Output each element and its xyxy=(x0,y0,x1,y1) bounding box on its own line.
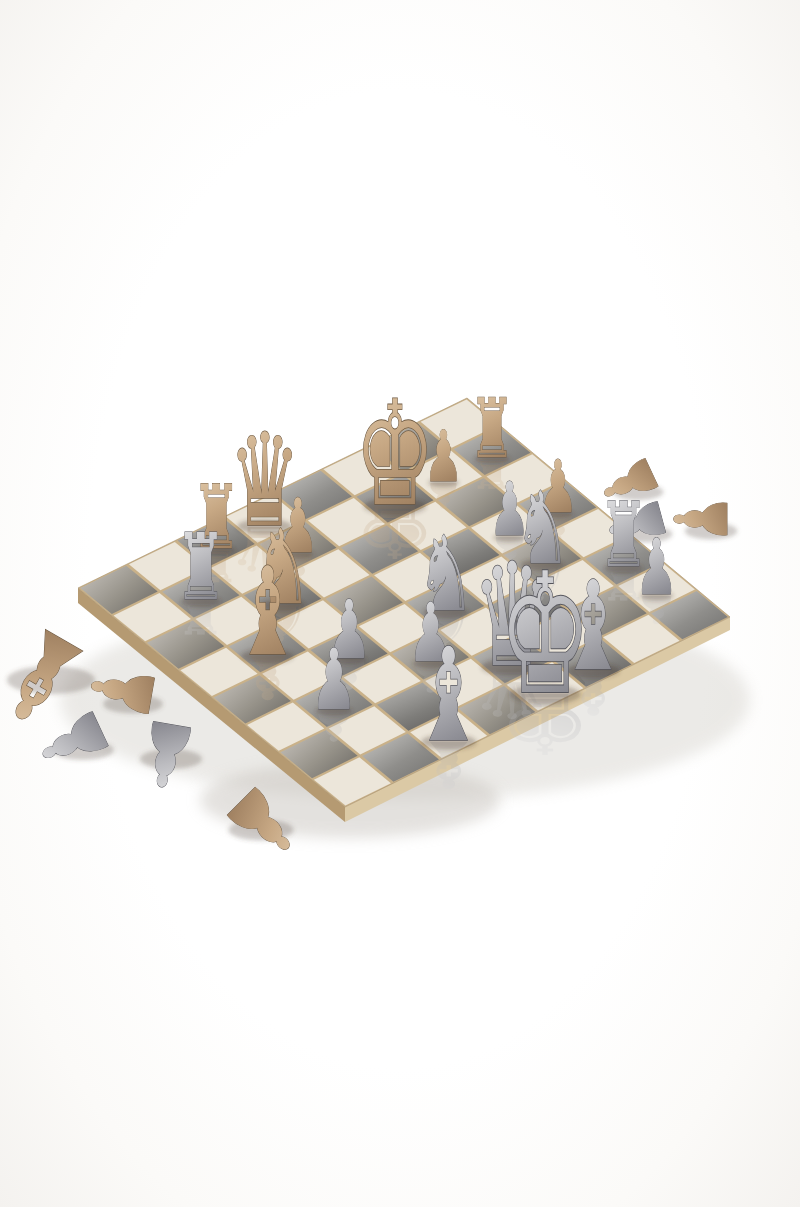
wood-rook-icon: ♜ xyxy=(469,381,514,476)
silver-rook-icon: ♜ xyxy=(175,514,226,621)
silver-king-icon: ♚ xyxy=(499,537,592,732)
silver-pawn-h2: ♟♟ xyxy=(635,522,678,633)
wood-bishop-icon: ♝ xyxy=(234,541,302,683)
silver-bishop-icon: ♝ xyxy=(413,620,485,770)
silver-king-e1: ♚♚ xyxy=(499,537,592,771)
wood-king-icon: ♚ xyxy=(355,370,435,538)
wood-bishop-b5: ♝♝ xyxy=(234,541,302,713)
silver-rook-b7: ♜♜ xyxy=(175,514,226,644)
silver-pawn-b3: ♟♟ xyxy=(311,631,358,750)
silver-pawn-icon: ♟ xyxy=(635,522,678,612)
silver-pawn-icon: ♟ xyxy=(311,631,358,730)
chess-scene-svg: ♜♜♟♟♟♚♚♟♟♟♟♛♛♟♟♜♜♟♟♞♞♜♜♟♟♜♜♞♞♞♞♝♝♟♟♟♟♛♛♝… xyxy=(0,0,800,1207)
silver-bishop-c1: ♝♝ xyxy=(413,620,485,803)
product-photo-chess-set: ♜♜♟♟♟♚♚♟♟♟♟♛♛♟♟♜♜♟♟♞♞♜♜♟♟♜♜♞♞♞♞♝♝♟♟♟♟♛♛♝… xyxy=(0,0,800,1207)
